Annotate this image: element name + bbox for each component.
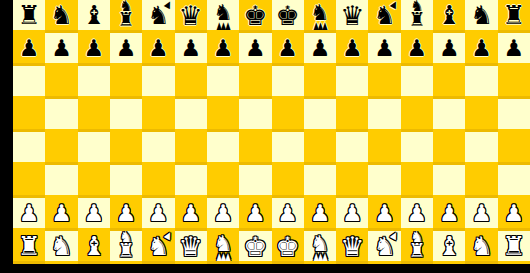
black-marshall-piece[interactable]: ♞♜ [110, 0, 142, 30]
board-square[interactable]: ♛ [175, 231, 207, 264]
board-square[interactable] [433, 165, 465, 198]
board-square[interactable]: ♞▲▲▲ [304, 231, 336, 264]
board-square[interactable]: ♟ [336, 33, 368, 66]
board-square[interactable] [465, 99, 497, 132]
board-square[interactable] [304, 99, 336, 132]
board-square[interactable] [433, 66, 465, 99]
board-square[interactable]: ♞ [45, 0, 77, 33]
nightrider-flames-icon: ▲▲▲ [313, 21, 326, 32]
marshall-rook-base-icon: ♜ [408, 241, 425, 260]
board-square[interactable] [336, 66, 368, 99]
board-square[interactable]: ♟ [304, 198, 336, 231]
black-nightrider-piece[interactable]: ♞▲▲▲ [207, 0, 239, 30]
nightrider-flames-icon: ▲▲▲ [216, 252, 229, 263]
board-square[interactable]: ♟ [45, 198, 77, 231]
black-pawn-piece[interactable]: ♟ [13, 33, 45, 63]
board-square[interactable]: ♞ [465, 0, 497, 33]
white-pawn-piece[interactable]: ♟ [142, 198, 174, 228]
board-square[interactable] [336, 99, 368, 132]
black-marshall-piece[interactable]: ♞♜ [401, 0, 433, 30]
board-square[interactable] [78, 66, 110, 99]
board-square[interactable] [368, 66, 400, 99]
board-square[interactable] [304, 66, 336, 99]
board-square[interactable]: ♞♜ [110, 231, 142, 264]
white-pawn-piece[interactable]: ♟ [401, 198, 433, 228]
black-bishop-piece[interactable]: ♝ [78, 0, 110, 30]
board-square[interactable]: ♟ [207, 198, 239, 231]
white-pawn-piece[interactable]: ♟ [304, 198, 336, 228]
black-bishop-piece[interactable]: ♝ [433, 0, 465, 30]
board-square[interactable]: ♝ [433, 231, 465, 264]
white-pawn-piece[interactable]: ♟ [272, 198, 304, 228]
board-square[interactable]: ♚ [239, 231, 271, 264]
board-square[interactable]: ♟ [368, 33, 400, 66]
black-knight-piece[interactable]: ♞ [45, 0, 77, 30]
board-square[interactable] [304, 132, 336, 165]
board-square[interactable]: ♜ [498, 0, 530, 33]
board-square[interactable]: ♜ [13, 0, 45, 33]
board-square[interactable] [272, 165, 304, 198]
board-square[interactable]: ♟ [175, 33, 207, 66]
board-square[interactable] [336, 165, 368, 198]
board-square[interactable] [78, 132, 110, 165]
board-square[interactable] [401, 132, 433, 165]
board-square[interactable]: ♟ [142, 33, 174, 66]
board-square[interactable] [498, 99, 530, 132]
board-square[interactable]: ♟ [175, 198, 207, 231]
board-square[interactable]: ♞▲ [368, 0, 400, 33]
board-square[interactable] [207, 165, 239, 198]
board-square[interactable]: ♟ [465, 33, 497, 66]
board-square[interactable]: ♟ [465, 198, 497, 231]
board-square[interactable] [13, 165, 45, 198]
black-pawn-piece[interactable]: ♟ [498, 33, 530, 63]
black-pawn-piece[interactable]: ♟ [110, 33, 142, 63]
white-pawn-piece[interactable]: ♟ [368, 198, 400, 228]
board-square[interactable] [368, 99, 400, 132]
marshall-rook-base-icon: ♜ [118, 241, 135, 260]
board-square[interactable] [401, 66, 433, 99]
marshall-rook-base-icon: ♜ [118, 10, 135, 29]
board-square[interactable]: ♚ [272, 231, 304, 264]
board-square[interactable] [78, 99, 110, 132]
board-square[interactable]: ♟ [498, 33, 530, 66]
board-square[interactable] [78, 165, 110, 198]
board-square[interactable]: ♞▲▲▲ [207, 0, 239, 33]
board-square[interactable]: ♞♜ [110, 0, 142, 33]
black-king-piece[interactable]: ♚ [239, 0, 271, 30]
board-square[interactable] [13, 99, 45, 132]
board-square[interactable] [45, 99, 77, 132]
board-square[interactable] [207, 99, 239, 132]
board-square[interactable] [142, 99, 174, 132]
board-square[interactable]: ♟ [110, 33, 142, 66]
board-square[interactable] [239, 132, 271, 165]
board-square[interactable]: ♟ [498, 198, 530, 231]
board-square[interactable]: ♚ [272, 0, 304, 33]
board-square[interactable] [110, 99, 142, 132]
board-square[interactable] [142, 132, 174, 165]
board-square[interactable]: ♞▲▲▲ [207, 231, 239, 264]
marshall-rook-base-icon: ♜ [408, 10, 425, 29]
board-square[interactable] [239, 99, 271, 132]
board-square[interactable]: ♟ [13, 198, 45, 231]
white-pawn-piece[interactable]: ♟ [175, 198, 207, 228]
board-square[interactable]: ♟ [13, 33, 45, 66]
board-square[interactable] [498, 132, 530, 165]
board-square[interactable] [272, 99, 304, 132]
board-square[interactable] [110, 132, 142, 165]
black-pawn-piece[interactable]: ♟ [142, 33, 174, 63]
white-pawn-piece[interactable]: ♟ [239, 198, 271, 228]
black-pawn-piece[interactable]: ♟ [336, 33, 368, 63]
black-knight-piece[interactable]: ♞ [465, 0, 497, 30]
board-square[interactable] [433, 99, 465, 132]
board-square[interactable] [175, 66, 207, 99]
board-square[interactable] [239, 66, 271, 99]
board-square[interactable] [272, 66, 304, 99]
app-window: ♜♞♝♞♜♞▲♛♞▲▲▲♚♚♞▲▲▲♛♞▲♞♜♝♞♜♟♟♟♟♟♟♟♟♟♟♟♟♟♟… [0, 0, 530, 273]
board-square[interactable]: ♛ [175, 0, 207, 33]
white-nightrider-piece[interactable]: ♞▲▲▲ [304, 231, 336, 261]
board-square[interactable]: ♜ [498, 231, 530, 264]
board-square[interactable] [498, 66, 530, 99]
white-bishop-piece[interactable]: ♝ [433, 231, 465, 261]
white-pawn-piece[interactable]: ♟ [336, 198, 368, 228]
black-pawn-piece[interactable]: ♟ [368, 33, 400, 63]
board-square[interactable] [13, 66, 45, 99]
board-square[interactable]: ♞▲ [368, 231, 400, 264]
black-pawn-piece[interactable]: ♟ [207, 33, 239, 63]
board-square[interactable]: ♞▲ [142, 0, 174, 33]
board-square[interactable]: ♟ [272, 198, 304, 231]
black-cardinal-piece[interactable]: ♞▲ [368, 0, 400, 30]
white-knight-piece[interactable]: ♞ [465, 231, 497, 261]
board-square[interactable] [239, 165, 271, 198]
white-queen-piece[interactable]: ♛ [175, 231, 207, 261]
white-pawn-piece[interactable]: ♟ [45, 198, 77, 228]
board-square[interactable] [368, 132, 400, 165]
board-square[interactable]: ♟ [336, 198, 368, 231]
white-marshall-piece[interactable]: ♞♜ [401, 231, 433, 261]
board-square[interactable] [142, 165, 174, 198]
board-square[interactable]: ♟ [207, 33, 239, 66]
white-rook-piece[interactable]: ♜ [498, 231, 530, 261]
board-square[interactable]: ♟ [368, 198, 400, 231]
black-pawn-piece[interactable]: ♟ [465, 33, 497, 63]
board-square[interactable] [465, 132, 497, 165]
black-queen-piece[interactable]: ♛ [336, 0, 368, 30]
board-square[interactable] [304, 165, 336, 198]
board-square[interactable] [142, 66, 174, 99]
board-square[interactable]: ♞ [465, 231, 497, 264]
board-square[interactable] [465, 165, 497, 198]
black-pawn-piece[interactable]: ♟ [401, 33, 433, 63]
black-pawn-piece[interactable]: ♟ [78, 33, 110, 63]
white-cardinal-piece[interactable]: ♞▲ [368, 231, 400, 261]
board-square[interactable]: ♛ [336, 231, 368, 264]
board-square[interactable] [207, 132, 239, 165]
white-pawn-piece[interactable]: ♟ [433, 198, 465, 228]
board-square[interactable]: ♞♜ [401, 231, 433, 264]
black-pawn-piece[interactable]: ♟ [304, 33, 336, 63]
board-square[interactable]: ♛ [336, 0, 368, 33]
white-knight-piece[interactable]: ♞ [45, 231, 77, 261]
white-nightrider-piece[interactable]: ♞▲▲▲ [207, 231, 239, 261]
black-rook-piece[interactable]: ♜ [13, 0, 45, 30]
white-cardinal-piece[interactable]: ♞▲ [142, 231, 174, 261]
black-queen-piece[interactable]: ♛ [175, 0, 207, 30]
board-square[interactable]: ♟ [272, 33, 304, 66]
nightrider-flames-icon: ▲▲▲ [216, 21, 229, 32]
board-square[interactable]: ♜ [13, 231, 45, 264]
board-square[interactable] [336, 132, 368, 165]
board-square[interactable] [207, 66, 239, 99]
white-queen-piece[interactable]: ♛ [336, 231, 368, 261]
white-marshall-piece[interactable]: ♞♜ [110, 231, 142, 261]
board-square[interactable] [433, 132, 465, 165]
chess-board: ♜♞♝♞♜♞▲♛♞▲▲▲♚♚♞▲▲▲♛♞▲♞♜♝♞♜♟♟♟♟♟♟♟♟♟♟♟♟♟♟… [13, 0, 530, 264]
board-square[interactable] [175, 99, 207, 132]
board-square[interactable] [498, 165, 530, 198]
board-square[interactable] [175, 132, 207, 165]
board-square[interactable] [45, 132, 77, 165]
white-pawn-piece[interactable]: ♟ [498, 198, 530, 228]
board-square[interactable]: ♟ [304, 33, 336, 66]
black-rook-piece[interactable]: ♜ [498, 0, 530, 30]
white-pawn-piece[interactable]: ♟ [78, 198, 110, 228]
board-square[interactable]: ♚ [239, 0, 271, 33]
board-square[interactable]: ♟ [45, 33, 77, 66]
board-square[interactable] [110, 66, 142, 99]
board-square[interactable] [175, 165, 207, 198]
board-square[interactable]: ♟ [433, 33, 465, 66]
board-square[interactable]: ♟ [401, 198, 433, 231]
white-bishop-piece[interactable]: ♝ [78, 231, 110, 261]
board-square[interactable]: ♞♜ [401, 0, 433, 33]
board-square[interactable]: ♝ [433, 0, 465, 33]
board-square[interactable]: ♞▲ [142, 231, 174, 264]
board-square[interactable]: ♞▲▲▲ [304, 0, 336, 33]
board-square[interactable]: ♟ [110, 198, 142, 231]
white-king-piece[interactable]: ♚ [239, 231, 271, 261]
white-rook-piece[interactable]: ♜ [13, 231, 45, 261]
board-square[interactable]: ♞ [45, 231, 77, 264]
board-square[interactable] [465, 66, 497, 99]
board-square[interactable]: ♟ [142, 198, 174, 231]
board-square[interactable]: ♟ [239, 33, 271, 66]
nightrider-flames-icon: ▲▲▲ [313, 252, 326, 263]
board-square[interactable]: ♟ [239, 198, 271, 231]
black-pawn-piece[interactable]: ♟ [272, 33, 304, 63]
board-square[interactable] [45, 66, 77, 99]
white-pawn-piece[interactable]: ♟ [110, 198, 142, 228]
board-square[interactable]: ♝ [78, 0, 110, 33]
board-square[interactable]: ♟ [433, 198, 465, 231]
board-square[interactable]: ♟ [401, 33, 433, 66]
black-pawn-piece[interactable]: ♟ [433, 33, 465, 63]
white-king-piece[interactable]: ♚ [272, 231, 304, 261]
board-square[interactable] [401, 99, 433, 132]
board-square[interactable] [368, 165, 400, 198]
black-king-piece[interactable]: ♚ [272, 0, 304, 30]
black-pawn-piece[interactable]: ♟ [175, 33, 207, 63]
board-square[interactable]: ♟ [78, 198, 110, 231]
white-pawn-piece[interactable]: ♟ [13, 198, 45, 228]
board-square[interactable]: ♝ [78, 231, 110, 264]
black-nightrider-piece[interactable]: ♞▲▲▲ [304, 0, 336, 30]
white-pawn-piece[interactable]: ♟ [465, 198, 497, 228]
board-square[interactable] [401, 165, 433, 198]
black-cardinal-piece[interactable]: ♞▲ [142, 0, 174, 30]
board-square[interactable] [45, 165, 77, 198]
black-pawn-piece[interactable]: ♟ [45, 33, 77, 63]
black-pawn-piece[interactable]: ♟ [239, 33, 271, 63]
white-pawn-piece[interactable]: ♟ [207, 198, 239, 228]
board-square[interactable] [272, 132, 304, 165]
board-square[interactable] [13, 132, 45, 165]
board-square[interactable] [110, 165, 142, 198]
board-square[interactable]: ♟ [78, 33, 110, 66]
